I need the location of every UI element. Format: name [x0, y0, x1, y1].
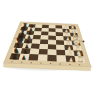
square — [48, 49, 57, 55]
coordinate-dash — [31, 62, 32, 63]
square — [48, 32, 56, 36]
square — [56, 40, 65, 45]
square — [56, 36, 64, 41]
square — [32, 39, 41, 44]
black-piece-p: ♟ — [21, 54, 26, 60]
square — [56, 50, 66, 56]
photo-background: ♜♟♟♜♞♟♟♞♝♟♟♝♛♟♟♛♚♟♟♚♝♟♟♝♞♟♟♞♜♟♟♜ — [0, 0, 96, 96]
white-piece-r: ♜ — [77, 56, 84, 64]
board-group: ♜♟♟♜♞♟♟♞♝♟♟♝♛♟♟♛♚♟♟♚♝♟♟♝♞♟♟♞♜♟♟♜ — [3, 21, 93, 71]
square — [30, 49, 40, 55]
square — [31, 44, 40, 49]
coordinate-dash — [21, 62, 22, 63]
coordinate-dash — [60, 64, 61, 65]
square — [48, 40, 56, 45]
square — [49, 25, 56, 29]
white-piece-p: ♟ — [69, 56, 74, 62]
coordinate-dash — [11, 61, 12, 62]
square — [34, 28, 42, 32]
square — [39, 44, 48, 49]
chess-board-photo: ♜♟♟♜♞♟♟♞♝♟♟♝♛♟♟♛♚♟♟♚♝♟♟♝♞♟♟♞♜♟♟♜ — [0, 0, 96, 96]
square — [48, 44, 57, 49]
black-piece-r: ♜ — [11, 53, 18, 61]
square — [56, 32, 64, 36]
square — [39, 49, 48, 55]
square — [35, 24, 42, 28]
square — [42, 25, 49, 29]
square — [55, 25, 62, 29]
square — [47, 55, 57, 62]
square — [41, 31, 49, 35]
square — [55, 29, 63, 33]
square — [49, 28, 56, 32]
coordinate-dash — [50, 63, 51, 64]
square — [34, 31, 42, 35]
square — [56, 45, 65, 50]
square — [48, 36, 56, 40]
square — [41, 35, 49, 39]
coordinate-dash — [79, 64, 80, 65]
square — [42, 28, 49, 32]
square — [38, 54, 48, 61]
coordinate-dash — [69, 64, 70, 65]
square — [33, 35, 41, 40]
square — [56, 55, 66, 62]
coordinate-dash — [40, 63, 41, 64]
square — [40, 39, 48, 44]
square — [28, 54, 38, 61]
